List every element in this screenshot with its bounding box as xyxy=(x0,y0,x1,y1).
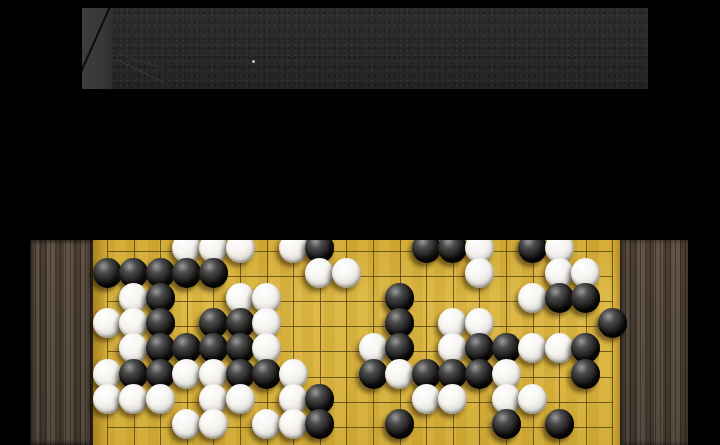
stone-white[interactable] xyxy=(279,409,308,439)
stone-black[interactable] xyxy=(438,240,467,263)
stone-black[interactable] xyxy=(545,283,574,313)
stone-white[interactable] xyxy=(518,384,547,414)
stone-white[interactable] xyxy=(412,384,441,414)
board-area xyxy=(30,240,688,445)
stone-white[interactable] xyxy=(332,258,361,288)
stone-white[interactable] xyxy=(252,409,281,439)
stone-white[interactable] xyxy=(172,359,201,389)
wood-frame-right xyxy=(620,240,688,445)
stone-black[interactable] xyxy=(199,258,228,288)
stone-black[interactable] xyxy=(571,283,600,313)
stone-black[interactable] xyxy=(305,409,334,439)
top-dark-panel xyxy=(82,8,648,89)
grid-line-horizontal xyxy=(107,326,613,327)
scratch-mark xyxy=(115,58,168,84)
go-board[interactable] xyxy=(93,240,620,445)
stone-white[interactable] xyxy=(226,384,255,414)
panel-left-strip xyxy=(82,8,112,89)
scratch-mark xyxy=(117,53,161,68)
stone-white[interactable] xyxy=(385,359,414,389)
stone-white[interactable] xyxy=(518,333,547,363)
stone-white[interactable] xyxy=(226,240,255,263)
grid-line-vertical xyxy=(426,240,427,445)
stone-black[interactable] xyxy=(385,409,414,439)
stone-white[interactable] xyxy=(199,409,228,439)
dust-speck xyxy=(252,60,255,63)
stone-white[interactable] xyxy=(305,258,334,288)
board-edge-right xyxy=(614,240,620,445)
stone-white[interactable] xyxy=(518,283,547,313)
stone-white[interactable] xyxy=(279,240,308,263)
stone-white[interactable] xyxy=(93,384,122,414)
stone-black[interactable] xyxy=(492,409,521,439)
stone-black[interactable] xyxy=(93,258,122,288)
wood-frame-left xyxy=(30,240,93,445)
stone-white[interactable] xyxy=(93,308,122,338)
grid-line-vertical xyxy=(612,240,613,445)
stone-white[interactable] xyxy=(119,384,148,414)
stone-white[interactable] xyxy=(545,333,574,363)
stone-black[interactable] xyxy=(172,258,201,288)
stone-black[interactable] xyxy=(412,240,441,263)
stone-black[interactable] xyxy=(518,240,547,263)
stone-white[interactable] xyxy=(438,384,467,414)
stone-black[interactable] xyxy=(571,359,600,389)
stone-black[interactable] xyxy=(359,359,388,389)
stone-white[interactable] xyxy=(465,258,494,288)
stone-white[interactable] xyxy=(146,384,175,414)
stone-black[interactable] xyxy=(252,359,281,389)
stone-black[interactable] xyxy=(465,359,494,389)
scene xyxy=(0,0,720,445)
stone-white[interactable] xyxy=(172,409,201,439)
stone-black[interactable] xyxy=(545,409,574,439)
